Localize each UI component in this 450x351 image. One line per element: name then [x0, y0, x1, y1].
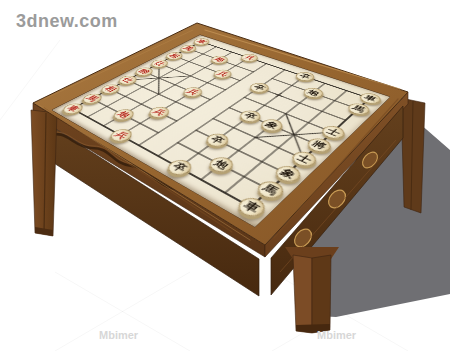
piece-character: 相: [167, 53, 180, 59]
piece-character: 馬: [259, 183, 279, 197]
piece-character: 炮: [305, 89, 321, 97]
piece-character: 將: [309, 140, 327, 151]
piece-red-advisor[interactable]: 仕: [147, 58, 171, 69]
piece-red-advisor[interactable]: 仕: [115, 74, 140, 86]
piece-red-soldier[interactable]: 兵: [144, 105, 172, 120]
piece-character: 車: [240, 200, 261, 215]
piece-character: 車: [195, 39, 208, 44]
piece-red-horse[interactable]: 馬: [78, 92, 105, 106]
piece-character: 馬: [84, 95, 99, 103]
piece-black-chariot[interactable]: 車: [232, 194, 269, 220]
piece-black-soldier[interactable]: 卒: [246, 81, 272, 94]
piece-red-chariot[interactable]: 車: [59, 102, 86, 117]
piece-black-soldier[interactable]: 卒: [201, 131, 232, 149]
piece-red-soldier[interactable]: 兵: [237, 53, 261, 64]
piece-character: 兵: [215, 71, 229, 78]
piece-red-soldier[interactable]: 兵: [106, 127, 136, 144]
piece-character: 卒: [169, 161, 188, 173]
piece-black-cannon[interactable]: 炮: [204, 154, 237, 175]
piece-black-soldier[interactable]: 卒: [162, 157, 195, 178]
piece-red-general[interactable]: 帥: [131, 66, 155, 78]
piece-character: 士: [324, 127, 342, 137]
piece-character: 帥: [136, 68, 150, 75]
piece-black-horse[interactable]: 馬: [344, 101, 372, 116]
table-leg-left: [31, 110, 57, 236]
piece-character: 兵: [112, 130, 129, 140]
piece-red-horse[interactable]: 馬: [176, 44, 199, 54]
piece-red-elephant[interactable]: 相: [162, 51, 185, 61]
piece-character: 兵: [184, 88, 199, 96]
piece-black-soldier[interactable]: 卒: [292, 70, 317, 82]
piece-character: 炮: [115, 110, 131, 119]
piece-character: 炮: [212, 57, 226, 63]
piece-black-elephant[interactable]: 象: [256, 117, 286, 134]
piece-character: 馬: [181, 46, 194, 52]
scene: 車馬相仕帥仕相馬車炮炮兵兵兵兵兵卒卒卒卒卒炮象炮車馬象士將士馬車 3dnew.c…: [0, 0, 450, 351]
piece-red-cannon[interactable]: 炮: [109, 107, 137, 122]
piece-character: 象: [263, 120, 280, 130]
watermark-site: 3dnew.com: [16, 11, 118, 32]
piece-character: 仕: [152, 60, 166, 66]
watermark-mbimer-right: Mbimer: [317, 329, 356, 341]
piece-character: 卒: [251, 84, 266, 92]
piece-character: 仕: [120, 77, 135, 84]
piece-character: 相: [102, 85, 117, 93]
piece-character: 馬: [350, 105, 366, 114]
piece-character: 兵: [242, 55, 256, 61]
piece-character: 象: [277, 167, 297, 180]
piece-red-soldier[interactable]: 兵: [179, 85, 205, 98]
piece-black-cannon[interactable]: 炮: [299, 86, 326, 100]
piece-red-elephant[interactable]: 相: [97, 83, 123, 96]
watermark-mbimer-left: Mbimer: [99, 329, 138, 341]
piece-character: 車: [64, 104, 80, 112]
table-leg-right: [401, 98, 425, 213]
piece-red-soldier[interactable]: 兵: [210, 68, 235, 80]
piece-character: 炮: [211, 159, 230, 171]
piece-black-soldier[interactable]: 卒: [235, 108, 264, 124]
piece-character: 卒: [208, 135, 226, 145]
piece-red-cannon[interactable]: 炮: [207, 54, 231, 65]
piece-character: 卒: [241, 112, 258, 121]
piece-character: 車: [362, 94, 378, 102]
piece-character: 兵: [150, 108, 166, 117]
piece-character: 士: [294, 153, 313, 165]
piece-character: 卒: [297, 73, 312, 80]
